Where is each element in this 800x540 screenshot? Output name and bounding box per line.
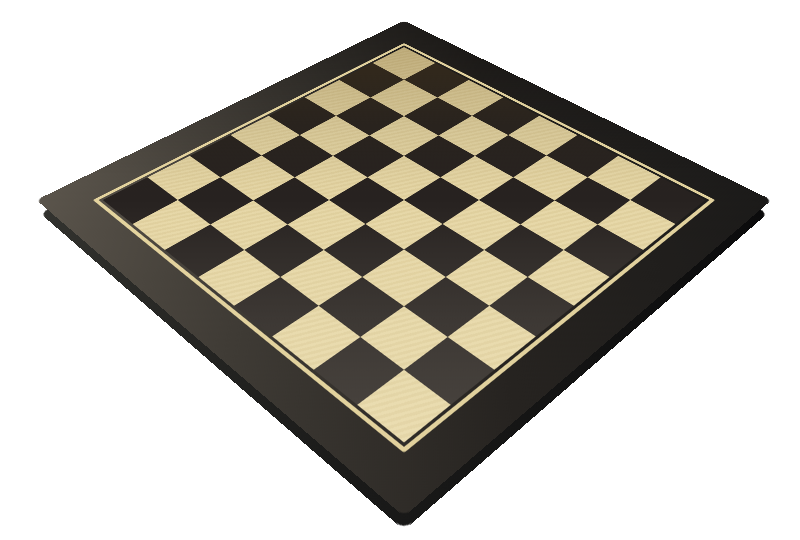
product-photo-canvas bbox=[0, 0, 800, 540]
chess-board bbox=[36, 21, 771, 517]
playing-field bbox=[103, 47, 705, 442]
